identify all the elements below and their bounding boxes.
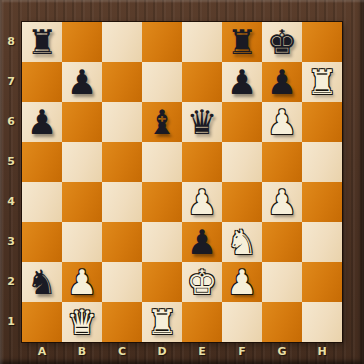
piece-white-rook[interactable]: ♜ (142, 302, 182, 342)
rank-label-1: 1 (0, 302, 22, 342)
square-g7[interactable]: ♟ (262, 62, 302, 102)
piece-black-rook[interactable]: ♜ (222, 22, 262, 62)
square-f6[interactable] (222, 102, 262, 142)
square-f8[interactable]: ♜ (222, 22, 262, 62)
file-label-b: B (62, 342, 102, 364)
piece-white-pawn[interactable]: ♟ (222, 262, 262, 302)
piece-black-bishop[interactable]: ♝ (142, 102, 182, 142)
square-a4[interactable] (22, 182, 62, 222)
square-a8[interactable]: ♜ (22, 22, 62, 62)
square-b3[interactable] (62, 222, 102, 262)
square-a3[interactable] (22, 222, 62, 262)
square-a7[interactable] (22, 62, 62, 102)
square-b5[interactable] (62, 142, 102, 182)
rank-label-3: 3 (0, 222, 22, 262)
square-d4[interactable] (142, 182, 182, 222)
rank-label-8: 8 (0, 22, 22, 62)
square-f7[interactable]: ♟ (222, 62, 262, 102)
square-h1[interactable] (302, 302, 342, 342)
piece-black-pawn[interactable]: ♟ (22, 102, 62, 142)
square-g1[interactable] (262, 302, 302, 342)
piece-white-queen[interactable]: ♛ (62, 302, 102, 342)
rank-label-7: 7 (0, 62, 22, 102)
file-label-a: A (22, 342, 62, 364)
square-g2[interactable] (262, 262, 302, 302)
square-d1[interactable]: ♜ (142, 302, 182, 342)
square-c7[interactable] (102, 62, 142, 102)
square-h5[interactable] (302, 142, 342, 182)
square-c6[interactable] (102, 102, 142, 142)
rank-labels: 87654321 (0, 22, 22, 342)
chess-board: ♜♜♚♟♟♟♜♟♝♛♟♟♟♟♞♞♟♚♟♛♜ (22, 22, 342, 342)
rank-label-5: 5 (0, 142, 22, 182)
square-d6[interactable]: ♝ (142, 102, 182, 142)
piece-black-king[interactable]: ♚ (262, 22, 302, 62)
square-b7[interactable]: ♟ (62, 62, 102, 102)
square-e5[interactable] (182, 142, 222, 182)
square-c2[interactable] (102, 262, 142, 302)
file-labels: ABCDEFGH (22, 342, 342, 364)
piece-black-pawn[interactable]: ♟ (222, 62, 262, 102)
square-f2[interactable]: ♟ (222, 262, 262, 302)
piece-black-pawn[interactable]: ♟ (182, 222, 222, 262)
piece-white-pawn[interactable]: ♟ (262, 182, 302, 222)
square-b6[interactable] (62, 102, 102, 142)
square-a1[interactable] (22, 302, 62, 342)
square-b2[interactable]: ♟ (62, 262, 102, 302)
square-b1[interactable]: ♛ (62, 302, 102, 342)
square-c3[interactable] (102, 222, 142, 262)
square-c4[interactable] (102, 182, 142, 222)
square-b8[interactable] (62, 22, 102, 62)
rank-label-4: 4 (0, 182, 22, 222)
square-e7[interactable] (182, 62, 222, 102)
square-g3[interactable] (262, 222, 302, 262)
square-g6[interactable]: ♟ (262, 102, 302, 142)
piece-black-queen[interactable]: ♛ (182, 102, 222, 142)
piece-black-knight[interactable]: ♞ (22, 262, 62, 302)
square-f5[interactable] (222, 142, 262, 182)
rank-label-6: 6 (0, 102, 22, 142)
square-d5[interactable] (142, 142, 182, 182)
file-label-f: F (222, 342, 262, 364)
piece-black-rook[interactable]: ♜ (22, 22, 62, 62)
square-d3[interactable] (142, 222, 182, 262)
square-h7[interactable]: ♜ (302, 62, 342, 102)
square-g8[interactable]: ♚ (262, 22, 302, 62)
square-e2[interactable]: ♚ (182, 262, 222, 302)
square-h3[interactable] (302, 222, 342, 262)
rank-label-2: 2 (0, 262, 22, 302)
square-e4[interactable]: ♟ (182, 182, 222, 222)
piece-white-rook[interactable]: ♜ (302, 62, 342, 102)
square-f1[interactable] (222, 302, 262, 342)
square-g5[interactable] (262, 142, 302, 182)
square-b4[interactable] (62, 182, 102, 222)
file-label-g: G (262, 342, 302, 364)
square-h6[interactable] (302, 102, 342, 142)
square-d2[interactable] (142, 262, 182, 302)
square-c8[interactable] (102, 22, 142, 62)
square-d8[interactable] (142, 22, 182, 62)
chess-board-frame: 87654321 ♜♜♚♟♟♟♜♟♝♛♟♟♟♟♞♞♟♚♟♛♜ ABCDEFGH (0, 0, 364, 364)
square-e8[interactable] (182, 22, 222, 62)
square-d7[interactable] (142, 62, 182, 102)
piece-white-knight[interactable]: ♞ (222, 222, 262, 262)
file-label-c: C (102, 342, 142, 364)
square-c5[interactable] (102, 142, 142, 182)
piece-white-pawn[interactable]: ♟ (182, 182, 222, 222)
square-h2[interactable] (302, 262, 342, 302)
square-e6[interactable]: ♛ (182, 102, 222, 142)
piece-black-pawn[interactable]: ♟ (62, 62, 102, 102)
square-a2[interactable]: ♞ (22, 262, 62, 302)
piece-white-king[interactable]: ♚ (182, 262, 222, 302)
file-label-d: D (142, 342, 182, 364)
square-h8[interactable] (302, 22, 342, 62)
piece-white-pawn[interactable]: ♟ (62, 262, 102, 302)
piece-white-pawn[interactable]: ♟ (262, 102, 302, 142)
square-a5[interactable] (22, 142, 62, 182)
square-e3[interactable]: ♟ (182, 222, 222, 262)
square-g4[interactable]: ♟ (262, 182, 302, 222)
square-a6[interactable]: ♟ (22, 102, 62, 142)
square-f3[interactable]: ♞ (222, 222, 262, 262)
square-h4[interactable] (302, 182, 342, 222)
file-label-e: E (182, 342, 222, 364)
piece-black-pawn[interactable]: ♟ (262, 62, 302, 102)
square-e1[interactable] (182, 302, 222, 342)
file-label-h: H (302, 342, 342, 364)
square-f4[interactable] (222, 182, 262, 222)
square-c1[interactable] (102, 302, 142, 342)
